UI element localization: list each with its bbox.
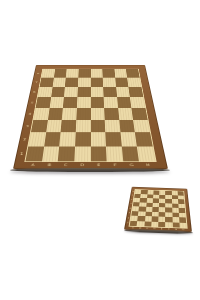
square-e5 (91, 97, 105, 108)
square-e8 (91, 69, 103, 78)
square-d7 (78, 78, 91, 87)
product-photo-stage: ABCDEFGH 87654321 ABCDEFGH 87654321 (0, 0, 200, 300)
square-c6 (64, 87, 78, 97)
square-f8 (102, 69, 115, 78)
square-e1 (91, 146, 107, 161)
square-b1 (42, 146, 60, 161)
square-h5 (130, 97, 145, 108)
square-e2 (91, 132, 107, 146)
square-d1 (74, 146, 90, 161)
square-b6 (51, 87, 65, 97)
square-d4 (76, 108, 90, 120)
square-d5 (77, 97, 91, 108)
board-grid (25, 69, 155, 161)
square-h7 (127, 78, 141, 87)
square-d2 (75, 132, 91, 146)
square-b2 (44, 132, 61, 146)
square-e3 (91, 120, 106, 133)
square-c7 (65, 78, 78, 87)
square-h4 (132, 108, 148, 120)
rank-label-8: 8 (33, 69, 43, 78)
square-b3 (46, 120, 62, 133)
square-c3 (61, 120, 76, 133)
square-b4 (48, 108, 63, 120)
square-h6 (129, 87, 144, 97)
square-c2 (59, 132, 75, 146)
square-d6 (77, 87, 90, 97)
square-h2 (135, 132, 153, 146)
chessboard-main: ABCDEFGH 87654321 (13, 65, 168, 169)
square-e7 (91, 78, 104, 87)
square-d3 (76, 120, 91, 133)
square-b8 (54, 69, 67, 78)
square-f5 (104, 97, 118, 108)
square-h3 (133, 120, 150, 133)
board-edge-main (10, 168, 170, 172)
square-e4 (91, 108, 105, 120)
square-f2 (105, 132, 121, 146)
square-c4 (62, 108, 77, 120)
rank-label-1: 1 (125, 220, 131, 225)
square-c1 (58, 146, 75, 161)
square-b7 (52, 78, 66, 87)
board-grid (130, 190, 187, 228)
square-c8 (66, 69, 79, 78)
square-c5 (63, 97, 77, 108)
square-f4 (104, 108, 119, 120)
square-f7 (103, 78, 116, 87)
square-f3 (105, 120, 120, 133)
square-f6 (103, 87, 117, 97)
chessboard-thumbnail: ABCDEFGH 87654321 (124, 187, 192, 232)
square-h1 (137, 146, 155, 161)
square-b5 (49, 97, 64, 108)
square-f1 (106, 146, 123, 161)
square-e6 (91, 87, 104, 97)
square-d8 (78, 69, 90, 78)
square-h8 (126, 69, 140, 78)
rank-label-7: 7 (31, 78, 41, 87)
